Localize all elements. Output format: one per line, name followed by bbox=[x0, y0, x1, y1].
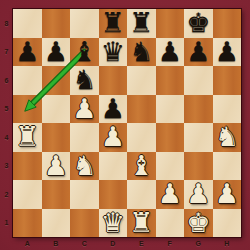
square-b5[interactable] bbox=[42, 95, 71, 124]
piece-black-bishop[interactable]: ♝ bbox=[72, 38, 96, 66]
square-g3[interactable] bbox=[184, 152, 213, 181]
square-b8[interactable] bbox=[42, 9, 71, 38]
square-a3[interactable] bbox=[13, 152, 42, 181]
square-h6[interactable] bbox=[213, 66, 242, 95]
square-d3[interactable] bbox=[99, 152, 128, 181]
rank-label-1: 1 bbox=[0, 209, 13, 238]
square-c4[interactable] bbox=[70, 123, 99, 152]
square-d2[interactable] bbox=[99, 180, 128, 209]
piece-black-pawn[interactable]: ♟ bbox=[15, 38, 39, 66]
square-b6[interactable] bbox=[42, 66, 71, 95]
square-d4[interactable]: ♟ bbox=[99, 123, 128, 152]
rank-label-2: 2 bbox=[0, 180, 13, 209]
file-labels: ABCDEFGH bbox=[13, 237, 241, 249]
square-c5[interactable]: ♟ bbox=[70, 95, 99, 124]
square-h3[interactable] bbox=[213, 152, 242, 181]
piece-white-pawn[interactable]: ♟ bbox=[158, 180, 182, 208]
square-g8[interactable]: ♚ bbox=[184, 9, 213, 38]
square-a4[interactable]: ♜ bbox=[13, 123, 42, 152]
piece-white-pawn[interactable]: ♟ bbox=[186, 180, 210, 208]
square-a2[interactable] bbox=[13, 180, 42, 209]
square-e8[interactable]: ♜ bbox=[127, 9, 156, 38]
piece-black-pawn[interactable]: ♟ bbox=[158, 38, 182, 66]
square-c8[interactable] bbox=[70, 9, 99, 38]
square-f4[interactable] bbox=[156, 123, 185, 152]
square-b7[interactable]: ♟ bbox=[42, 38, 71, 67]
rank-labels: 87654321 bbox=[0, 9, 13, 237]
square-e4[interactable] bbox=[127, 123, 156, 152]
square-d8[interactable]: ♜ bbox=[99, 9, 128, 38]
square-c7[interactable]: ♝ bbox=[70, 38, 99, 67]
piece-black-pawn[interactable]: ♟ bbox=[101, 95, 125, 123]
square-f5[interactable] bbox=[156, 95, 185, 124]
square-d7[interactable]: ♛ bbox=[99, 38, 128, 67]
square-d5[interactable]: ♟ bbox=[99, 95, 128, 124]
piece-black-pawn[interactable]: ♟ bbox=[215, 38, 239, 66]
square-h8[interactable] bbox=[213, 9, 242, 38]
square-e1[interactable]: ♜ bbox=[127, 209, 156, 238]
square-g1[interactable]: ♚ bbox=[184, 209, 213, 238]
piece-white-bishop[interactable]: ♝ bbox=[129, 152, 153, 180]
square-f8[interactable] bbox=[156, 9, 185, 38]
square-e5[interactable] bbox=[127, 95, 156, 124]
square-b1[interactable] bbox=[42, 209, 71, 238]
square-h2[interactable]: ♟ bbox=[213, 180, 242, 209]
file-label-f: F bbox=[156, 237, 185, 249]
square-f1[interactable] bbox=[156, 209, 185, 238]
piece-white-pawn[interactable]: ♟ bbox=[215, 180, 239, 208]
piece-black-pawn[interactable]: ♟ bbox=[186, 38, 210, 66]
square-a8[interactable] bbox=[13, 9, 42, 38]
square-d1[interactable]: ♛ bbox=[99, 209, 128, 238]
piece-black-rook[interactable]: ♜ bbox=[101, 9, 125, 37]
square-g4[interactable] bbox=[184, 123, 213, 152]
rank-label-4: 4 bbox=[0, 123, 13, 152]
square-e2[interactable] bbox=[127, 180, 156, 209]
file-label-a: A bbox=[13, 237, 42, 249]
file-label-c: C bbox=[70, 237, 99, 249]
piece-white-knight[interactable]: ♞ bbox=[215, 123, 239, 151]
piece-white-pawn[interactable]: ♟ bbox=[44, 152, 68, 180]
square-g7[interactable]: ♟ bbox=[184, 38, 213, 67]
piece-black-king[interactable]: ♚ bbox=[186, 9, 210, 37]
square-e3[interactable]: ♝ bbox=[127, 152, 156, 181]
file-label-e: E bbox=[127, 237, 156, 249]
square-c2[interactable] bbox=[70, 180, 99, 209]
piece-black-knight[interactable]: ♞ bbox=[72, 66, 96, 94]
square-h1[interactable] bbox=[213, 209, 242, 238]
rank-label-3: 3 bbox=[0, 152, 13, 181]
rank-label-5: 5 bbox=[0, 95, 13, 124]
square-c6[interactable]: ♞ bbox=[70, 66, 99, 95]
square-c1[interactable] bbox=[70, 209, 99, 238]
rank-label-8: 8 bbox=[0, 9, 13, 38]
square-h4[interactable]: ♞ bbox=[213, 123, 242, 152]
file-label-b: B bbox=[42, 237, 71, 249]
piece-white-queen[interactable]: ♛ bbox=[101, 209, 125, 237]
square-b2[interactable] bbox=[42, 180, 71, 209]
square-c3[interactable]: ♞ bbox=[70, 152, 99, 181]
file-label-d: D bbox=[99, 237, 128, 249]
piece-white-pawn[interactable]: ♟ bbox=[72, 95, 96, 123]
square-h5[interactable] bbox=[213, 95, 242, 124]
square-b4[interactable] bbox=[42, 123, 71, 152]
piece-white-king[interactable]: ♚ bbox=[186, 209, 210, 237]
square-f2[interactable]: ♟ bbox=[156, 180, 185, 209]
piece-white-pawn[interactable]: ♟ bbox=[101, 123, 125, 151]
piece-white-rook[interactable]: ♜ bbox=[129, 209, 153, 237]
square-g5[interactable] bbox=[184, 95, 213, 124]
piece-black-knight[interactable]: ♞ bbox=[129, 38, 153, 66]
file-label-g: G bbox=[184, 237, 213, 249]
chess-board-panel: 87654321 ABCDEFGH ♜♜♚♟♟♝♛♞♟♟♟♞♟♟♜♟♞♟♞♝♟♟… bbox=[0, 0, 250, 250]
piece-black-queen[interactable]: ♛ bbox=[101, 38, 125, 66]
square-f6[interactable] bbox=[156, 66, 185, 95]
square-a7[interactable]: ♟ bbox=[13, 38, 42, 67]
square-a6[interactable] bbox=[13, 66, 42, 95]
square-g6[interactable] bbox=[184, 66, 213, 95]
piece-black-pawn[interactable]: ♟ bbox=[44, 38, 68, 66]
square-d6[interactable] bbox=[99, 66, 128, 95]
rank-label-6: 6 bbox=[0, 66, 13, 95]
square-f7[interactable]: ♟ bbox=[156, 38, 185, 67]
chess-board: ♜♜♚♟♟♝♛♞♟♟♟♞♟♟♜♟♞♟♞♝♟♟♟♛♜♚ bbox=[13, 9, 241, 237]
square-a1[interactable] bbox=[13, 209, 42, 238]
piece-white-knight[interactable]: ♞ bbox=[72, 152, 96, 180]
square-e6[interactable] bbox=[127, 66, 156, 95]
piece-black-rook[interactable]: ♜ bbox=[129, 9, 153, 37]
square-h7[interactable]: ♟ bbox=[213, 38, 242, 67]
square-g2[interactable]: ♟ bbox=[184, 180, 213, 209]
square-b3[interactable]: ♟ bbox=[42, 152, 71, 181]
square-f3[interactable] bbox=[156, 152, 185, 181]
square-a5[interactable] bbox=[13, 95, 42, 124]
square-e7[interactable]: ♞ bbox=[127, 38, 156, 67]
file-label-h: H bbox=[213, 237, 242, 249]
piece-white-rook[interactable]: ♜ bbox=[15, 123, 39, 151]
rank-label-7: 7 bbox=[0, 38, 13, 67]
